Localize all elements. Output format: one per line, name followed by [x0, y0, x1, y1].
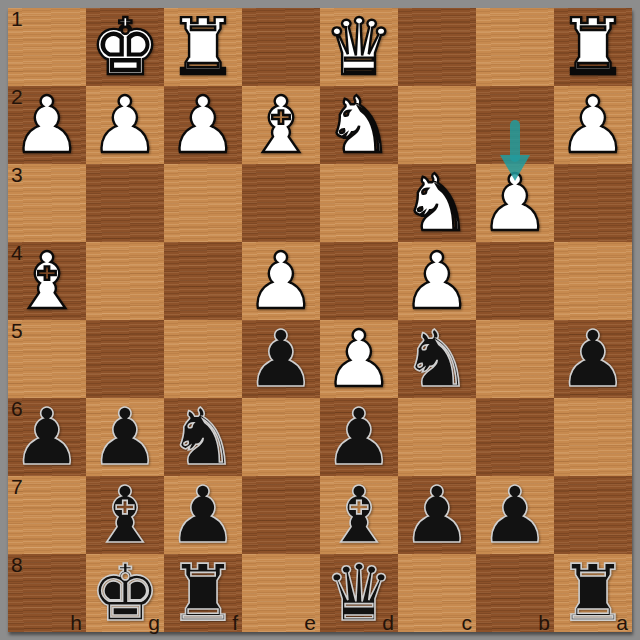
square-a3[interactable] [554, 164, 632, 242]
file-label-h: h [70, 611, 82, 635]
square-b3[interactable]: ♟ [476, 164, 554, 242]
square-e3[interactable] [242, 164, 320, 242]
rank-label-7: 7 [11, 475, 23, 499]
white-rook-piece[interactable]: ♜ [554, 8, 632, 86]
white-knight-piece[interactable]: ♞ [320, 86, 398, 164]
square-f3[interactable] [164, 164, 242, 242]
black-rook-piece[interactable]: ♜ [164, 554, 242, 632]
square-h7[interactable]: 7 [8, 476, 86, 554]
black-pawn-piece[interactable]: ♟ [320, 398, 398, 476]
rank-label-6: 6 [11, 397, 23, 421]
square-h8[interactable]: 8h [8, 554, 86, 632]
file-label-g: g [148, 611, 160, 635]
black-pawn-piece[interactable]: ♟ [476, 476, 554, 554]
square-h5[interactable]: 5 [8, 320, 86, 398]
white-queen-piece[interactable]: ♛ [320, 8, 398, 86]
square-a8[interactable]: ♜a [554, 554, 632, 632]
square-a2[interactable]: ♟ [554, 86, 632, 164]
square-h6[interactable]: ♟6 [8, 398, 86, 476]
file-label-e: e [304, 611, 316, 635]
square-h2[interactable]: ♟2 [8, 86, 86, 164]
square-a7[interactable] [554, 476, 632, 554]
chess-board: 1♚♜♛♜♟2♟♟♝♞♟3♞♟♝4♟♟5♟♟♞♟♟6♟♞♟7♝♟♝♟♟8h♚g♜… [8, 8, 632, 632]
square-e6[interactable] [242, 398, 320, 476]
black-pawn-piece[interactable]: ♟ [164, 476, 242, 554]
black-pawn-piece[interactable]: ♟ [242, 320, 320, 398]
white-pawn-piece[interactable]: ♟ [242, 242, 320, 320]
square-f4[interactable] [164, 242, 242, 320]
square-d7[interactable]: ♝ [320, 476, 398, 554]
square-g4[interactable] [86, 242, 164, 320]
white-bishop-piece[interactable]: ♝ [242, 86, 320, 164]
black-pawn-piece[interactable]: ♟ [398, 476, 476, 554]
square-e1[interactable] [242, 8, 320, 86]
black-pawn-piece[interactable]: ♟ [86, 398, 164, 476]
square-h1[interactable]: 1 [8, 8, 86, 86]
rank-label-3: 3 [11, 163, 23, 187]
square-d8[interactable]: ♛d [320, 554, 398, 632]
square-b8[interactable]: b [476, 554, 554, 632]
square-a5[interactable]: ♟ [554, 320, 632, 398]
square-c8[interactable]: c [398, 554, 476, 632]
square-b5[interactable] [476, 320, 554, 398]
square-f1[interactable]: ♜ [164, 8, 242, 86]
square-c2[interactable] [398, 86, 476, 164]
square-b7[interactable]: ♟ [476, 476, 554, 554]
square-g8[interactable]: ♚g [86, 554, 164, 632]
square-f2[interactable]: ♟ [164, 86, 242, 164]
square-e5[interactable]: ♟ [242, 320, 320, 398]
file-label-d: d [382, 611, 394, 635]
black-knight-piece[interactable]: ♞ [164, 398, 242, 476]
rank-label-5: 5 [11, 319, 23, 343]
square-d3[interactable] [320, 164, 398, 242]
square-e4[interactable]: ♟ [242, 242, 320, 320]
square-d6[interactable]: ♟ [320, 398, 398, 476]
square-b6[interactable] [476, 398, 554, 476]
square-a4[interactable] [554, 242, 632, 320]
square-e7[interactable] [242, 476, 320, 554]
square-b4[interactable] [476, 242, 554, 320]
square-e2[interactable]: ♝ [242, 86, 320, 164]
square-f7[interactable]: ♟ [164, 476, 242, 554]
board-frame: 1♚♜♛♜♟2♟♟♝♞♟3♞♟♝4♟♟5♟♟♞♟♟6♟♞♟7♝♟♝♟♟8h♚g♜… [0, 0, 640, 640]
rank-label-8: 8 [11, 553, 23, 577]
square-c4[interactable]: ♟ [398, 242, 476, 320]
square-h4[interactable]: ♝4 [8, 242, 86, 320]
white-knight-piece[interactable]: ♞ [398, 164, 476, 242]
white-rook-piece[interactable]: ♜ [164, 8, 242, 86]
black-pawn-piece[interactable]: ♟ [554, 320, 632, 398]
square-g5[interactable] [86, 320, 164, 398]
square-c5[interactable]: ♞ [398, 320, 476, 398]
white-pawn-piece[interactable]: ♟ [164, 86, 242, 164]
white-pawn-piece[interactable]: ♟ [320, 320, 398, 398]
file-label-f: f [232, 611, 238, 635]
square-a1[interactable]: ♜ [554, 8, 632, 86]
square-g2[interactable]: ♟ [86, 86, 164, 164]
white-pawn-piece[interactable]: ♟ [398, 242, 476, 320]
square-c3[interactable]: ♞ [398, 164, 476, 242]
square-f8[interactable]: ♜f [164, 554, 242, 632]
square-g1[interactable]: ♚ [86, 8, 164, 86]
white-pawn-piece[interactable]: ♟ [86, 86, 164, 164]
square-d2[interactable]: ♞ [320, 86, 398, 164]
black-bishop-piece[interactable]: ♝ [320, 476, 398, 554]
square-g6[interactable]: ♟ [86, 398, 164, 476]
file-label-c: c [462, 611, 473, 635]
rank-label-4: 4 [11, 241, 23, 265]
square-f5[interactable] [164, 320, 242, 398]
square-c7[interactable]: ♟ [398, 476, 476, 554]
square-g7[interactable]: ♝ [86, 476, 164, 554]
square-b2[interactable] [476, 86, 554, 164]
square-c1[interactable] [398, 8, 476, 86]
black-knight-piece[interactable]: ♞ [398, 320, 476, 398]
white-pawn-piece[interactable]: ♟ [554, 86, 632, 164]
file-label-b: b [538, 611, 550, 635]
square-d1[interactable]: ♛ [320, 8, 398, 86]
square-d5[interactable]: ♟ [320, 320, 398, 398]
square-g3[interactable] [86, 164, 164, 242]
file-label-a: a [616, 611, 628, 635]
square-b1[interactable] [476, 8, 554, 86]
white-pawn-piece[interactable]: ♟ [476, 164, 554, 242]
square-f6[interactable]: ♞ [164, 398, 242, 476]
black-bishop-piece[interactable]: ♝ [86, 476, 164, 554]
square-a6[interactable] [554, 398, 632, 476]
rank-label-1: 1 [11, 7, 23, 31]
white-king-piece[interactable]: ♚ [86, 8, 164, 86]
square-e8[interactable]: e [242, 554, 320, 632]
rank-label-2: 2 [11, 85, 23, 109]
square-h3[interactable]: 3 [8, 164, 86, 242]
square-d4[interactable] [320, 242, 398, 320]
square-c6[interactable] [398, 398, 476, 476]
